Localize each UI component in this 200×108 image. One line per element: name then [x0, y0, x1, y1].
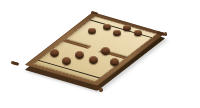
tension-peg-top-knob [91, 11, 94, 14]
puck-near[interactable] [50, 49, 59, 56]
product-photo-sling-puck-game [0, 0, 200, 108]
puck-near[interactable] [110, 58, 119, 65]
puck-far[interactable] [123, 25, 131, 31]
puck-far[interactable] [103, 24, 111, 30]
tension-peg-left-knob [11, 61, 14, 64]
puck-far[interactable] [113, 30, 121, 36]
puck-near[interactable] [62, 57, 71, 64]
tension-peg-bottom-knob [99, 88, 103, 92]
puck-far[interactable] [134, 30, 142, 36]
puck-near[interactable] [101, 47, 110, 54]
tension-peg-right-knob [164, 32, 168, 36]
puck-near[interactable] [89, 56, 98, 63]
puck-near[interactable] [75, 51, 84, 58]
puck-far[interactable] [88, 28, 96, 34]
